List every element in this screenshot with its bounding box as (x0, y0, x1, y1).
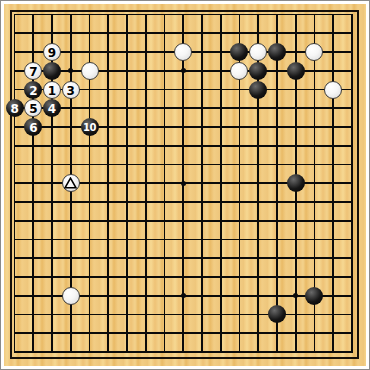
board-cell[interactable] (99, 305, 118, 324)
board-cell[interactable] (324, 230, 343, 249)
board-cell[interactable] (174, 193, 193, 212)
board-cell[interactable] (99, 43, 118, 62)
board-cell[interactable] (305, 286, 324, 305)
board-cell[interactable] (324, 136, 343, 155)
board-cell[interactable] (342, 118, 361, 137)
board-cell[interactable] (193, 211, 212, 230)
board-cell[interactable] (80, 342, 99, 361)
board-cell[interactable] (5, 249, 24, 268)
board-cell[interactable]: 2 (24, 80, 43, 99)
board-cell[interactable] (5, 80, 24, 99)
board-cell[interactable] (211, 61, 230, 80)
board-cell[interactable] (155, 193, 174, 212)
board-cell[interactable] (174, 249, 193, 268)
board-cell[interactable] (24, 342, 43, 361)
board-cell[interactable] (61, 5, 80, 24)
board-cell[interactable] (99, 118, 118, 137)
board-cell[interactable] (193, 342, 212, 361)
board-cell[interactable] (43, 211, 62, 230)
board-cell[interactable] (61, 305, 80, 324)
board-cell[interactable] (80, 43, 99, 62)
board-cell[interactable] (61, 155, 80, 174)
board-cell[interactable] (268, 174, 287, 193)
board-cell[interactable] (136, 61, 155, 80)
board-cell[interactable] (99, 249, 118, 268)
board-cell[interactable] (174, 61, 193, 80)
board-cell[interactable] (193, 286, 212, 305)
board-cell[interactable] (118, 174, 137, 193)
board-cell[interactable] (5, 193, 24, 212)
board-cell[interactable] (342, 99, 361, 118)
board-cell[interactable] (211, 268, 230, 287)
board-cell[interactable] (118, 61, 137, 80)
board-cell[interactable] (305, 155, 324, 174)
board-cell[interactable] (155, 80, 174, 99)
board-cell[interactable] (174, 174, 193, 193)
board-cell[interactable]: 4 (43, 99, 62, 118)
board-cell[interactable] (249, 99, 268, 118)
board-cell[interactable] (193, 118, 212, 137)
board-cell[interactable] (268, 99, 287, 118)
board-cell[interactable] (118, 342, 137, 361)
board-cell[interactable] (118, 230, 137, 249)
board-cell[interactable] (230, 249, 249, 268)
board-cell[interactable] (230, 286, 249, 305)
board-cell[interactable] (118, 211, 137, 230)
board-cell[interactable] (342, 61, 361, 80)
board-cell[interactable]: 9 (43, 43, 62, 62)
board-cell[interactable] (268, 193, 287, 212)
board-cell[interactable] (61, 211, 80, 230)
board-cell[interactable] (342, 268, 361, 287)
board-cell[interactable] (230, 155, 249, 174)
board-cell[interactable] (305, 80, 324, 99)
board-cell[interactable] (99, 61, 118, 80)
board-cell[interactable] (268, 61, 287, 80)
board-cell[interactable] (99, 136, 118, 155)
board-cell[interactable] (230, 193, 249, 212)
board-cell[interactable] (193, 43, 212, 62)
board-cell[interactable] (80, 305, 99, 324)
board-cell[interactable] (80, 61, 99, 80)
board-cell[interactable] (268, 230, 287, 249)
board-cell[interactable] (211, 43, 230, 62)
board-cell[interactable] (249, 155, 268, 174)
board-cell[interactable] (174, 5, 193, 24)
board-cell[interactable] (249, 230, 268, 249)
board-cell[interactable] (136, 230, 155, 249)
board-cell[interactable] (286, 155, 305, 174)
board-cell[interactable] (43, 230, 62, 249)
board-cell[interactable] (230, 118, 249, 137)
board-cell[interactable] (268, 324, 287, 343)
board-cell[interactable] (342, 305, 361, 324)
board-cell[interactable] (286, 24, 305, 43)
board-cell[interactable] (193, 193, 212, 212)
board-cell[interactable] (99, 174, 118, 193)
board-cell[interactable] (342, 5, 361, 24)
board-cell[interactable] (61, 24, 80, 43)
board-cell[interactable] (118, 80, 137, 99)
board-cell[interactable] (249, 342, 268, 361)
board-cell[interactable] (193, 80, 212, 99)
board-cell[interactable] (249, 43, 268, 62)
board-cell[interactable] (24, 249, 43, 268)
board-cell[interactable] (136, 249, 155, 268)
board-cell[interactable] (305, 324, 324, 343)
board-cell[interactable] (174, 305, 193, 324)
board-cell[interactable] (155, 24, 174, 43)
board-cell[interactable] (61, 43, 80, 62)
board-cell[interactable] (324, 174, 343, 193)
board-cell[interactable] (80, 136, 99, 155)
board-cell[interactable] (99, 5, 118, 24)
board-cell[interactable] (174, 211, 193, 230)
board-cell[interactable] (249, 118, 268, 137)
board-cell[interactable] (211, 24, 230, 43)
board-cell[interactable] (286, 211, 305, 230)
board-cell[interactable] (268, 211, 287, 230)
board-cell[interactable] (305, 211, 324, 230)
board-cell[interactable] (268, 342, 287, 361)
board-cell[interactable] (155, 61, 174, 80)
board-cell[interactable] (230, 80, 249, 99)
board-cell[interactable] (155, 342, 174, 361)
board-cell[interactable]: 7 (24, 61, 43, 80)
board-cell[interactable] (249, 286, 268, 305)
board-cell[interactable] (43, 24, 62, 43)
board-cell[interactable] (80, 80, 99, 99)
board-cell[interactable] (324, 211, 343, 230)
board-cell[interactable] (80, 174, 99, 193)
board-cell[interactable] (155, 118, 174, 137)
board-cell[interactable] (24, 24, 43, 43)
board-cell[interactable] (61, 118, 80, 137)
board-cell[interactable] (155, 99, 174, 118)
board-cell[interactable] (211, 305, 230, 324)
board-cell[interactable]: 1 (43, 80, 62, 99)
board-cell[interactable] (61, 193, 80, 212)
board-cell[interactable] (286, 80, 305, 99)
board-cell[interactable] (80, 99, 99, 118)
board-cell[interactable] (286, 324, 305, 343)
board-cell[interactable] (305, 268, 324, 287)
board-cell[interactable] (211, 286, 230, 305)
board-cell[interactable] (305, 136, 324, 155)
board-cell[interactable] (136, 174, 155, 193)
board-cell[interactable] (5, 286, 24, 305)
board-cell[interactable] (193, 136, 212, 155)
board-cell[interactable] (324, 24, 343, 43)
board-cell[interactable] (118, 286, 137, 305)
board-cell[interactable] (99, 193, 118, 212)
board-cell[interactable] (211, 193, 230, 212)
board-cell[interactable] (211, 324, 230, 343)
board-cell[interactable] (324, 193, 343, 212)
board-cell[interactable] (286, 249, 305, 268)
board-cell[interactable]: 3 (61, 80, 80, 99)
board-cell[interactable] (193, 324, 212, 343)
board-cell[interactable] (61, 342, 80, 361)
board-cell[interactable] (193, 249, 212, 268)
board-cell[interactable] (268, 43, 287, 62)
board-cell[interactable] (136, 324, 155, 343)
board-cell[interactable] (136, 118, 155, 137)
board-cell[interactable] (342, 211, 361, 230)
board-cell[interactable] (99, 155, 118, 174)
board-cell[interactable] (24, 286, 43, 305)
board-cell[interactable] (268, 24, 287, 43)
board-cell[interactable] (5, 230, 24, 249)
board-cell[interactable] (230, 136, 249, 155)
board-cell[interactable] (136, 136, 155, 155)
board-cell[interactable] (268, 268, 287, 287)
board-cell[interactable] (174, 268, 193, 287)
board-cell[interactable]: 5 (24, 99, 43, 118)
board-cell[interactable] (193, 174, 212, 193)
board-cell[interactable] (286, 99, 305, 118)
board-cell[interactable] (80, 155, 99, 174)
board-cell[interactable] (43, 342, 62, 361)
board-cell[interactable] (61, 99, 80, 118)
board-cell[interactable] (193, 268, 212, 287)
board-cell[interactable] (230, 305, 249, 324)
board-cell[interactable] (268, 305, 287, 324)
board-cell[interactable] (43, 61, 62, 80)
board-cell[interactable] (136, 5, 155, 24)
board-cell[interactable] (136, 286, 155, 305)
board-cell[interactable] (174, 80, 193, 99)
board-cell[interactable] (155, 5, 174, 24)
board-cell[interactable] (324, 305, 343, 324)
board-cell[interactable] (324, 43, 343, 62)
board-cell[interactable] (230, 211, 249, 230)
board-cell[interactable] (324, 80, 343, 99)
board-cell[interactable] (286, 193, 305, 212)
board-cell[interactable] (43, 5, 62, 24)
board-cell[interactable] (80, 193, 99, 212)
board-cell[interactable] (118, 324, 137, 343)
board-cell[interactable] (211, 174, 230, 193)
board-cell[interactable] (305, 5, 324, 24)
board-cell[interactable] (249, 24, 268, 43)
board-cell[interactable] (5, 211, 24, 230)
board-cell[interactable] (249, 305, 268, 324)
board-cell[interactable] (342, 286, 361, 305)
board-cell[interactable] (80, 230, 99, 249)
board-cell[interactable] (118, 24, 137, 43)
board-cell[interactable] (5, 43, 24, 62)
board-cell[interactable] (118, 305, 137, 324)
board-cell[interactable] (155, 249, 174, 268)
board-cell[interactable] (24, 155, 43, 174)
board-cell[interactable] (136, 155, 155, 174)
board-cell[interactable] (136, 24, 155, 43)
board-cell[interactable] (155, 286, 174, 305)
board-cell[interactable] (230, 61, 249, 80)
board-cell[interactable] (305, 305, 324, 324)
board-cell[interactable] (136, 193, 155, 212)
board-cell[interactable] (24, 211, 43, 230)
board-cell[interactable] (80, 268, 99, 287)
board-cell[interactable] (211, 211, 230, 230)
board-cell[interactable] (118, 136, 137, 155)
board-cell[interactable] (324, 61, 343, 80)
board-cell[interactable] (324, 286, 343, 305)
board-cell[interactable] (305, 174, 324, 193)
board-cell[interactable] (80, 24, 99, 43)
board-cell[interactable] (118, 268, 137, 287)
board-cell[interactable] (61, 324, 80, 343)
board-cell[interactable] (324, 5, 343, 24)
board-cell[interactable] (43, 155, 62, 174)
board-cell[interactable] (286, 230, 305, 249)
board-cell[interactable] (305, 193, 324, 212)
board-cell[interactable] (136, 99, 155, 118)
board-cell[interactable] (249, 249, 268, 268)
board-cell[interactable] (211, 80, 230, 99)
board-cell[interactable] (305, 342, 324, 361)
board-cell[interactable] (136, 211, 155, 230)
board-cell[interactable] (249, 5, 268, 24)
board-cell[interactable]: 8 (5, 99, 24, 118)
board-cell[interactable] (305, 118, 324, 137)
board-cell[interactable] (342, 230, 361, 249)
board-cell[interactable] (249, 268, 268, 287)
board-cell[interactable] (193, 99, 212, 118)
board-cell[interactable] (99, 342, 118, 361)
board-cell[interactable] (5, 342, 24, 361)
board-cell[interactable] (43, 249, 62, 268)
board-cell[interactable] (286, 268, 305, 287)
board-cell[interactable] (118, 193, 137, 212)
board-cell[interactable] (24, 136, 43, 155)
board-cell[interactable] (155, 211, 174, 230)
board-cell[interactable] (305, 61, 324, 80)
board-cell[interactable] (5, 324, 24, 343)
board-cell[interactable] (324, 155, 343, 174)
board-cell[interactable] (5, 118, 24, 137)
board-cell[interactable] (155, 230, 174, 249)
board-cell[interactable] (249, 174, 268, 193)
board-cell[interactable] (211, 136, 230, 155)
board-cell[interactable] (342, 43, 361, 62)
board-cell[interactable] (249, 211, 268, 230)
board-cell[interactable] (155, 155, 174, 174)
board-cell[interactable] (342, 174, 361, 193)
board-cell[interactable] (286, 342, 305, 361)
board-cell[interactable] (99, 211, 118, 230)
board-cell[interactable] (61, 286, 80, 305)
board-cell[interactable] (211, 342, 230, 361)
board-cell[interactable] (24, 193, 43, 212)
board-cell[interactable] (61, 249, 80, 268)
board-cell[interactable] (193, 24, 212, 43)
board-cell[interactable] (268, 286, 287, 305)
board-cell[interactable] (211, 5, 230, 24)
board-cell[interactable] (24, 174, 43, 193)
board-cell[interactable] (230, 24, 249, 43)
board-cell[interactable] (324, 268, 343, 287)
board-cell[interactable] (5, 268, 24, 287)
board-cell[interactable] (305, 99, 324, 118)
board-cell[interactable] (155, 136, 174, 155)
board-cell[interactable] (43, 305, 62, 324)
board-cell[interactable] (324, 99, 343, 118)
board-cell[interactable]: 6 (24, 118, 43, 137)
board-cell[interactable] (5, 5, 24, 24)
board-cell[interactable] (136, 80, 155, 99)
board-cell[interactable] (24, 5, 43, 24)
board-cell[interactable] (249, 324, 268, 343)
board-cell[interactable] (99, 99, 118, 118)
board-cell[interactable] (286, 61, 305, 80)
board-cell[interactable] (305, 24, 324, 43)
board-cell[interactable] (5, 174, 24, 193)
board-cell[interactable] (324, 324, 343, 343)
board-cell[interactable] (211, 118, 230, 137)
board-cell[interactable] (118, 155, 137, 174)
board-cell[interactable] (118, 5, 137, 24)
board-cell[interactable] (268, 249, 287, 268)
board-cell[interactable] (24, 43, 43, 62)
board-cell[interactable] (118, 249, 137, 268)
board-cell[interactable] (286, 118, 305, 137)
board-cell[interactable] (193, 61, 212, 80)
board-cell[interactable] (61, 230, 80, 249)
board-cell[interactable] (43, 268, 62, 287)
board-cell[interactable] (136, 268, 155, 287)
board-cell[interactable] (99, 268, 118, 287)
board-cell[interactable] (174, 155, 193, 174)
board-cell[interactable] (230, 5, 249, 24)
board-cell[interactable] (5, 155, 24, 174)
board-cell[interactable] (230, 342, 249, 361)
board-cell[interactable] (174, 118, 193, 137)
board-cell[interactable] (249, 80, 268, 99)
board-cell[interactable] (24, 305, 43, 324)
board-cell[interactable] (230, 324, 249, 343)
board-cell[interactable] (5, 61, 24, 80)
board-cell[interactable] (174, 136, 193, 155)
board-cell[interactable] (324, 249, 343, 268)
board-cell[interactable] (230, 43, 249, 62)
board-cell[interactable] (80, 249, 99, 268)
board-cell[interactable] (5, 305, 24, 324)
board-cell[interactable] (61, 136, 80, 155)
board-cell[interactable] (136, 43, 155, 62)
board-cell[interactable] (211, 99, 230, 118)
board-cell[interactable] (305, 230, 324, 249)
board-cell[interactable] (193, 155, 212, 174)
board-cell[interactable] (118, 118, 137, 137)
board-cell[interactable] (268, 5, 287, 24)
board-cell[interactable] (286, 136, 305, 155)
board-cell[interactable] (268, 118, 287, 137)
board-cell[interactable]: 10 (80, 118, 99, 137)
board-cell[interactable] (24, 268, 43, 287)
board-cell[interactable] (324, 342, 343, 361)
board-cell[interactable] (155, 43, 174, 62)
board-cell[interactable] (342, 80, 361, 99)
board-cell[interactable] (230, 268, 249, 287)
board-cell[interactable] (342, 324, 361, 343)
board-cell[interactable] (43, 324, 62, 343)
board-cell[interactable] (342, 136, 361, 155)
board-cell[interactable] (174, 324, 193, 343)
board-cell[interactable] (174, 342, 193, 361)
board-cell[interactable] (43, 174, 62, 193)
